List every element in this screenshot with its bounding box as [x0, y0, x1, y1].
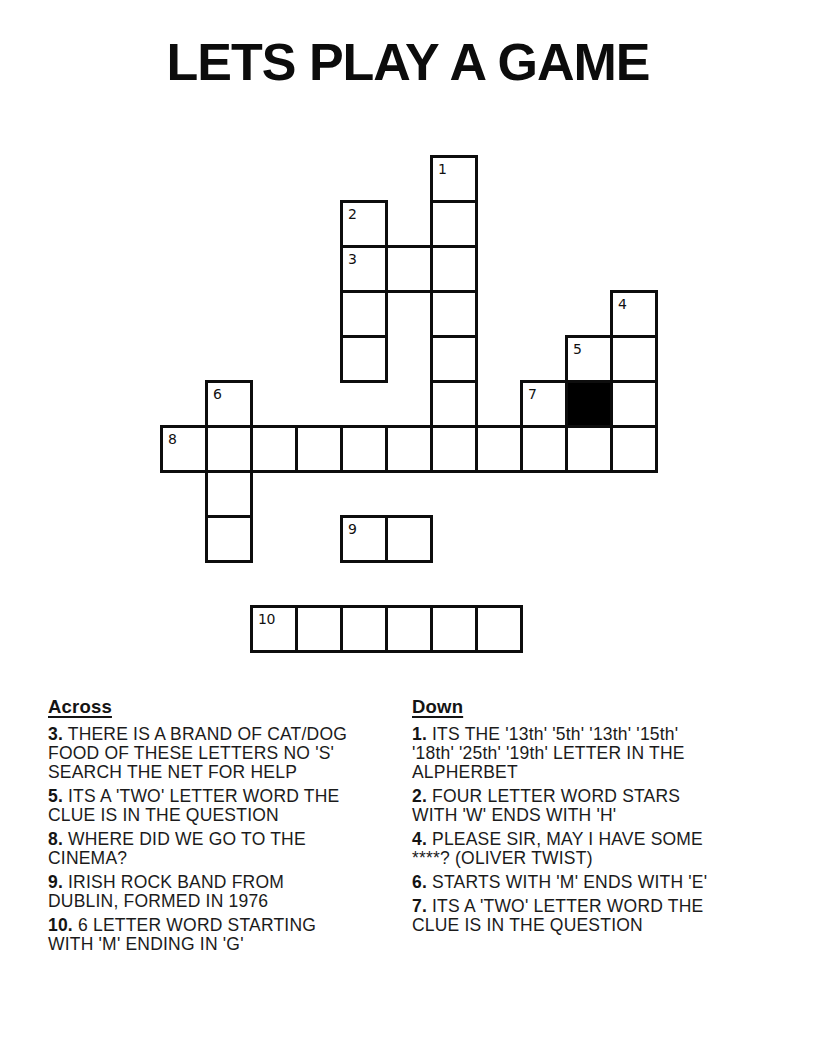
cell-number-7: 7: [528, 387, 536, 401]
cell-r6-c6[interactable]: [430, 425, 478, 473]
cell-r6-c0[interactable]: 8: [160, 425, 208, 473]
cell-r3-c10[interactable]: 4: [610, 290, 658, 338]
clue-number: 7.: [412, 896, 427, 916]
down-clues-section: Down 1. ITS THE '13th' '5th' '13th' '15t…: [412, 697, 776, 940]
cell-r4-c6[interactable]: [430, 335, 478, 383]
clue-number: 6.: [412, 872, 427, 892]
cell-r8-c1[interactable]: [205, 515, 253, 563]
cell-r8-c4[interactable]: 9: [340, 515, 388, 563]
cell-r8-c5[interactable]: [385, 515, 433, 563]
cell-number-10: 10: [258, 612, 275, 626]
cell-r2-c5[interactable]: [385, 245, 433, 293]
cell-r10-c7[interactable]: [475, 605, 523, 653]
clue-text: IRISH ROCK BAND FROM DUBLIN, FORMED IN 1…: [48, 872, 284, 911]
cell-r6-c9[interactable]: [565, 425, 613, 473]
clue-across-9: 9. IRISH ROCK BAND FROM DUBLIN, FORMED I…: [48, 873, 400, 911]
clue-across-5: 5. ITS A 'TWO' LETTER WORD THE CLUE IS I…: [48, 787, 400, 825]
cell-number-2: 2: [348, 207, 356, 221]
cell-r10-c2[interactable]: 10: [250, 605, 298, 653]
clue-across-8: 8. WHERE DID WE GO TO THE CINEMA?: [48, 830, 400, 868]
clue-down-7: 7. ITS A 'TWO' LETTER WORD THE CLUE IS I…: [412, 897, 776, 935]
cell-r1-c6[interactable]: [430, 200, 478, 248]
cell-r10-c6[interactable]: [430, 605, 478, 653]
clue-text: ITS THE '13th' '5th' '13th' '15th' '18th…: [412, 724, 685, 782]
cell-number-8: 8: [168, 432, 176, 446]
cell-number-9: 9: [348, 522, 356, 536]
across-heading: Across: [48, 697, 400, 717]
cell-number-6: 6: [213, 387, 221, 401]
across-clues-section: Across 3. THERE IS A BRAND OF CAT/DOG FO…: [48, 697, 400, 959]
clue-across-3: 3. THERE IS A BRAND OF CAT/DOG FOOD OF T…: [48, 725, 400, 782]
clue-down-4: 4. PLEASE SIR, MAY I HAVE SOME ****? (OL…: [412, 830, 776, 868]
cell-r4-c9[interactable]: 5: [565, 335, 613, 383]
clue-text: WHERE DID WE GO TO THE CINEMA?: [48, 829, 306, 868]
cell-r5-c10[interactable]: [610, 380, 658, 428]
clue-text: STARTS WITH 'M' ENDS WITH 'E': [427, 872, 707, 892]
cell-r6-c10[interactable]: [610, 425, 658, 473]
cell-number-4: 4: [618, 297, 626, 311]
cell-r6-c8[interactable]: [520, 425, 568, 473]
clue-number: 10.: [48, 915, 73, 935]
clue-text: PLEASE SIR, MAY I HAVE SOME ****? (OLIVE…: [412, 829, 703, 868]
cell-r6-c3[interactable]: [295, 425, 343, 473]
clue-down-6: 6. STARTS WITH 'M' ENDS WITH 'E': [412, 873, 776, 892]
clue-down-1: 1. ITS THE '13th' '5th' '13th' '15th' '1…: [412, 725, 776, 782]
cell-r1-c4[interactable]: 2: [340, 200, 388, 248]
cell-r7-c1[interactable]: [205, 470, 253, 518]
cell-r10-c4[interactable]: [340, 605, 388, 653]
cell-number-3: 3: [348, 252, 356, 266]
cell-r5-c6[interactable]: [430, 380, 478, 428]
cell-r4-c4[interactable]: [340, 335, 388, 383]
cell-r10-c3[interactable]: [295, 605, 343, 653]
cell-r6-c1[interactable]: [205, 425, 253, 473]
clue-down-2: 2. FOUR LETTER WORD STARS WITH 'W' ENDS …: [412, 787, 776, 825]
crossword-page: LETS PLAY A GAME 12345678910 Across 3. T…: [0, 0, 816, 1056]
clue-number: 4.: [412, 829, 427, 849]
down-clue-list: 1. ITS THE '13th' '5th' '13th' '15th' '1…: [412, 725, 776, 935]
cell-r2-c6[interactable]: [430, 245, 478, 293]
cell-r6-c7[interactable]: [475, 425, 523, 473]
page-title: LETS PLAY A GAME: [0, 34, 816, 90]
clue-text: ITS A 'TWO' LETTER WORD THE CLUE IS IN T…: [48, 786, 339, 825]
cell-r4-c10[interactable]: [610, 335, 658, 383]
clue-number: 9.: [48, 872, 63, 892]
cell-number-5: 5: [573, 342, 581, 356]
black-cell-r5-c9: [565, 380, 613, 428]
cell-r6-c2[interactable]: [250, 425, 298, 473]
cell-r10-c5[interactable]: [385, 605, 433, 653]
clue-across-10: 10. 6 LETTER WORD STARTING WITH 'M' ENDI…: [48, 916, 400, 954]
cell-r5-c8[interactable]: 7: [520, 380, 568, 428]
clue-text: FOUR LETTER WORD STARS WITH 'W' ENDS WIT…: [412, 786, 680, 825]
clue-number: 3.: [48, 724, 63, 744]
clue-number: 1.: [412, 724, 427, 744]
down-heading: Down: [412, 697, 776, 717]
clue-text: THERE IS A BRAND OF CAT/DOG FOOD OF THES…: [48, 724, 347, 782]
cell-r6-c4[interactable]: [340, 425, 388, 473]
cell-r6-c5[interactable]: [385, 425, 433, 473]
crossword-grid: 12345678910: [160, 155, 658, 653]
clue-number: 2.: [412, 786, 427, 806]
clue-number: 5.: [48, 786, 63, 806]
cell-r3-c6[interactable]: [430, 290, 478, 338]
cell-r2-c4[interactable]: 3: [340, 245, 388, 293]
clue-text: 6 LETTER WORD STARTING WITH 'M' ENDING I…: [48, 915, 316, 954]
cell-r5-c1[interactable]: 6: [205, 380, 253, 428]
cell-r0-c6[interactable]: 1: [430, 155, 478, 203]
across-clue-list: 3. THERE IS A BRAND OF CAT/DOG FOOD OF T…: [48, 725, 400, 954]
clue-text: ITS A 'TWO' LETTER WORD THE CLUE IS IN T…: [412, 896, 703, 935]
cell-number-1: 1: [438, 162, 446, 176]
clue-number: 8.: [48, 829, 63, 849]
cell-r3-c4[interactable]: [340, 290, 388, 338]
